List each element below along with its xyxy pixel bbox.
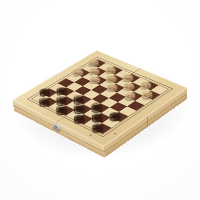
frame-dot [113, 133, 116, 135]
photo-background: ⛂⛂⛂⛂⛂⛂⛂⛂⛂⛂⛂⛂⛂⛂⛂⛂⛂⛂⛂⛂⛂⛂⛂⛂ [0, 0, 200, 200]
board-square [66, 91, 83, 100]
fold-seam-edge [147, 116, 148, 128]
frame-dot [89, 135, 92, 137]
scene-perspective: ⛂⛂⛂⛂⛂⛂⛂⛂⛂⛂⛂⛂⛂⛂⛂⛂⛂⛂⛂⛂⛂⛂⛂⛂ [34, 28, 166, 160]
